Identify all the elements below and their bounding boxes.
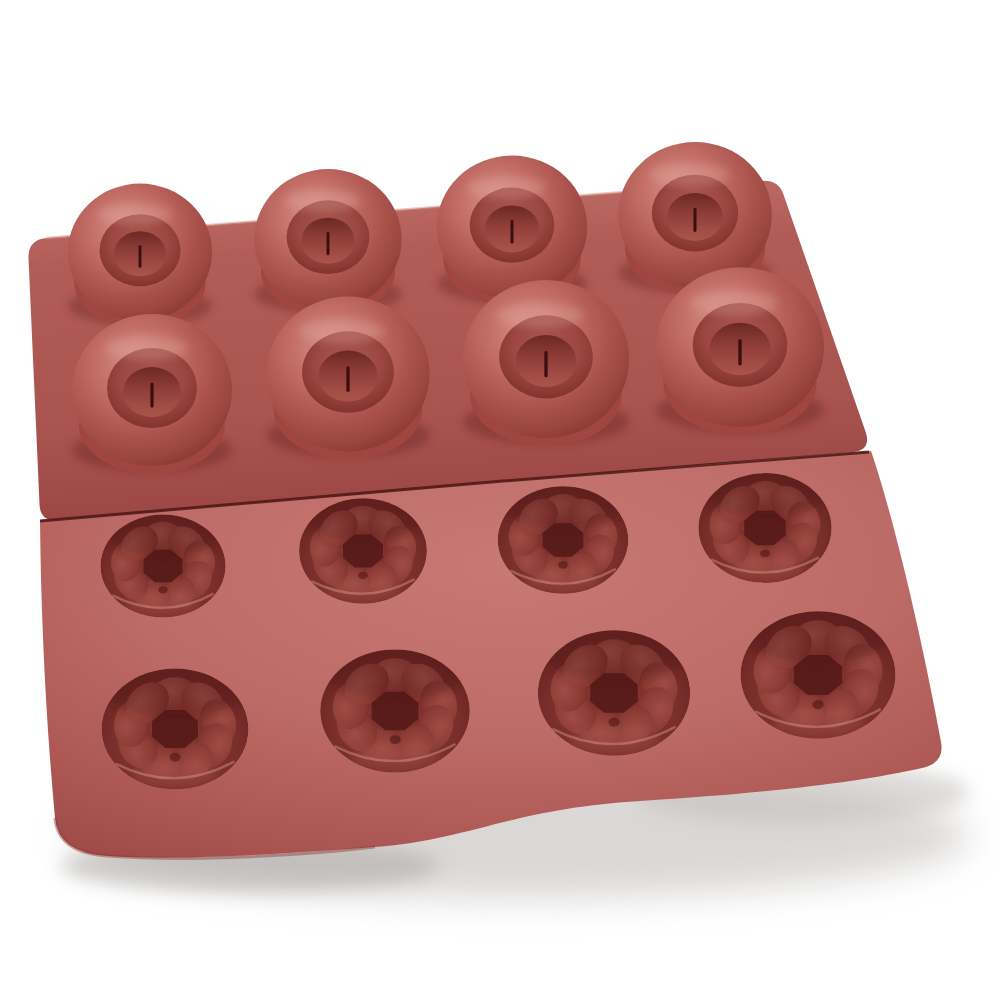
donut-bump [72,314,232,474]
donut-bump [656,267,824,435]
donut-bump [266,296,429,459]
donut-bump [254,169,401,316]
product-photo [0,0,1000,1000]
donut-bump [463,280,629,446]
silicone-donut-mold-illustration [0,0,1000,1000]
donut-bump [68,184,212,328]
